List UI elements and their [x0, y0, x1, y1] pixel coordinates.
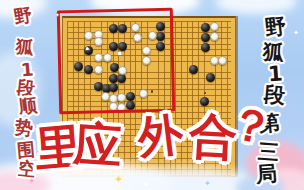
black-stone	[201, 33, 210, 42]
black-stone	[201, 43, 210, 52]
black-stone	[201, 23, 210, 32]
left-title-char: 野	[13, 6, 34, 27]
white-stone	[218, 56, 227, 65]
right-title-char: 局	[255, 163, 277, 185]
black-stone	[200, 97, 209, 106]
red-highlight-frame	[57, 8, 176, 115]
sparkle-icon: ✦	[204, 180, 211, 188]
sparkle-icon: ✦	[114, 174, 123, 185]
left-title-char: 狐	[15, 37, 35, 57]
black-stone	[206, 73, 215, 82]
white-stone	[210, 22, 219, 31]
thumbnail-scene: 野狐1段顺势围空 野狐1段第三局 里应外合？ ✦✦✦✦✦✦✦✦	[0, 0, 304, 190]
sparkle-icon: ✦	[143, 181, 150, 189]
sparkle-icon: ✦	[28, 177, 36, 186]
sparkle-icon: ✦	[293, 30, 299, 37]
sparkle-icon: ✦	[158, 0, 166, 9]
right-title-char: 野	[264, 16, 287, 39]
left-title-char: 势	[14, 118, 34, 138]
left-title-char: 顺	[18, 96, 38, 116]
white-stone	[210, 32, 219, 41]
headline-char: 应	[72, 119, 123, 170]
sparkle-icon: ✦	[55, 12, 60, 18]
sparkle-icon: ✦	[247, 0, 254, 8]
black-stone	[189, 65, 198, 74]
right-title-char: 狐	[262, 41, 285, 64]
headline-char: ？	[225, 100, 277, 152]
headline-char: 外	[135, 110, 185, 160]
